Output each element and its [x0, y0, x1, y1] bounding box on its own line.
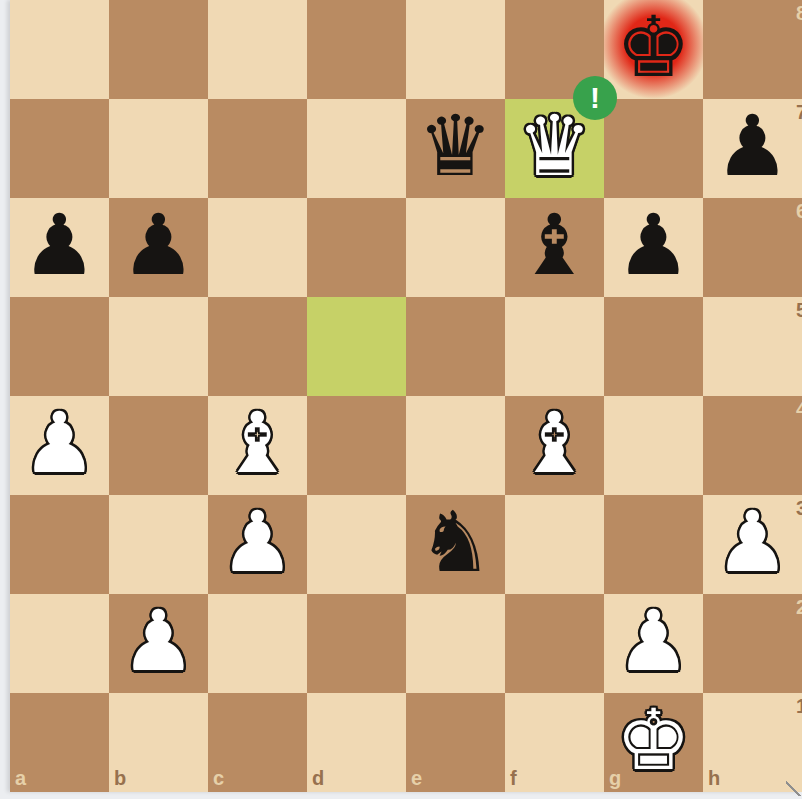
black-queen[interactable]: ♛: [418, 104, 493, 194]
black-bishop[interactable]: ♝: [517, 203, 592, 293]
square-g3[interactable]: [604, 495, 703, 594]
square-e1[interactable]: e: [406, 693, 505, 792]
square-h6[interactable]: 6: [703, 198, 802, 297]
square-a3[interactable]: [10, 495, 109, 594]
white-pawn[interactable]: ♟: [616, 599, 691, 689]
square-h7[interactable]: ♟7: [703, 99, 802, 198]
square-b8[interactable]: [109, 0, 208, 99]
square-e5[interactable]: [406, 297, 505, 396]
square-h2[interactable]: 2: [703, 594, 802, 693]
square-c1[interactable]: c: [208, 693, 307, 792]
square-g4[interactable]: [604, 396, 703, 495]
square-g8[interactable]: ♚: [604, 0, 703, 99]
page: { "game": "chess", "position": { "fen": …: [0, 0, 802, 799]
square-f3[interactable]: [505, 495, 604, 594]
square-c2[interactable]: [208, 594, 307, 693]
black-pawn[interactable]: ♟: [616, 203, 691, 293]
square-a8[interactable]: [10, 0, 109, 99]
square-a7[interactable]: [10, 99, 109, 198]
square-a2[interactable]: [10, 594, 109, 693]
file-label-a: a: [15, 767, 26, 790]
square-e3[interactable]: ♞: [406, 495, 505, 594]
square-d3[interactable]: [307, 495, 406, 594]
square-c6[interactable]: [208, 198, 307, 297]
rank-label-3: 3: [796, 497, 802, 520]
square-d4[interactable]: [307, 396, 406, 495]
square-a4[interactable]: ♟: [10, 396, 109, 495]
black-king[interactable]: ♚: [616, 5, 691, 95]
square-b1[interactable]: b: [109, 693, 208, 792]
square-h8[interactable]: 8: [703, 0, 802, 99]
square-b3[interactable]: [109, 495, 208, 594]
square-h1[interactable]: h1: [703, 693, 802, 792]
square-g5[interactable]: [604, 297, 703, 396]
square-c3[interactable]: ♟: [208, 495, 307, 594]
square-g2[interactable]: ♟: [604, 594, 703, 693]
file-label-f: f: [510, 767, 517, 790]
black-pawn[interactable]: ♟: [121, 203, 196, 293]
square-d5[interactable]: [307, 297, 406, 396]
square-d1[interactable]: d: [307, 693, 406, 792]
file-label-d: d: [312, 767, 324, 790]
square-c5[interactable]: [208, 297, 307, 396]
black-knight[interactable]: ♞: [418, 500, 493, 590]
white-pawn[interactable]: ♟: [121, 599, 196, 689]
square-c8[interactable]: [208, 0, 307, 99]
square-a5[interactable]: [10, 297, 109, 396]
rank-label-7: 7: [796, 101, 802, 124]
square-f1[interactable]: f: [505, 693, 604, 792]
square-e2[interactable]: [406, 594, 505, 693]
rank-label-6: 6: [796, 200, 802, 223]
move-annotation-badge: !: [573, 76, 617, 120]
resize-handle-icon[interactable]: [786, 781, 801, 796]
white-queen[interactable]: ♛: [517, 104, 592, 194]
square-a1[interactable]: a: [10, 693, 109, 792]
rank-label-1: 1: [796, 695, 802, 718]
square-f6[interactable]: ♝: [505, 198, 604, 297]
square-g6[interactable]: ♟: [604, 198, 703, 297]
square-g1[interactable]: ♚g: [604, 693, 703, 792]
square-b2[interactable]: ♟: [109, 594, 208, 693]
black-pawn[interactable]: ♟: [22, 203, 97, 293]
white-bishop[interactable]: ♝: [220, 401, 295, 491]
square-h3[interactable]: ♟3: [703, 495, 802, 594]
file-label-b: b: [114, 767, 126, 790]
white-pawn[interactable]: ♟: [220, 500, 295, 590]
rank-label-8: 8: [796, 2, 802, 25]
black-pawn[interactable]: ♟: [715, 104, 790, 194]
exclamation-icon: !: [590, 83, 600, 113]
square-b6[interactable]: ♟: [109, 198, 208, 297]
white-pawn[interactable]: ♟: [22, 401, 97, 491]
square-d6[interactable]: [307, 198, 406, 297]
square-g7[interactable]: [604, 99, 703, 198]
square-f5[interactable]: [505, 297, 604, 396]
square-b4[interactable]: [109, 396, 208, 495]
square-f2[interactable]: [505, 594, 604, 693]
rank-label-4: 4: [796, 398, 802, 421]
square-e7[interactable]: ♛: [406, 99, 505, 198]
square-d8[interactable]: [307, 0, 406, 99]
square-h5[interactable]: 5: [703, 297, 802, 396]
rank-label-2: 2: [796, 596, 802, 619]
square-c4[interactable]: ♝: [208, 396, 307, 495]
square-h4[interactable]: 4: [703, 396, 802, 495]
square-b7[interactable]: [109, 99, 208, 198]
square-a6[interactable]: ♟: [10, 198, 109, 297]
rank-label-5: 5: [796, 299, 802, 322]
file-label-c: c: [213, 767, 224, 790]
white-pawn[interactable]: ♟: [715, 500, 790, 590]
white-king[interactable]: ♚: [616, 698, 691, 788]
square-b5[interactable]: [109, 297, 208, 396]
file-label-h: h: [708, 767, 720, 790]
square-d2[interactable]: [307, 594, 406, 693]
square-c7[interactable]: [208, 99, 307, 198]
file-label-g: g: [609, 767, 621, 790]
square-e6[interactable]: [406, 198, 505, 297]
chess-board: ♚8♛♛♟7♟♟♝♟65♟♝♝4♟♞♟3♟♟2abcdef♚gh1: [10, 0, 802, 792]
square-e4[interactable]: [406, 396, 505, 495]
square-e8[interactable]: [406, 0, 505, 99]
white-bishop[interactable]: ♝: [517, 401, 592, 491]
file-label-e: e: [411, 767, 422, 790]
square-f4[interactable]: ♝: [505, 396, 604, 495]
square-d7[interactable]: [307, 99, 406, 198]
